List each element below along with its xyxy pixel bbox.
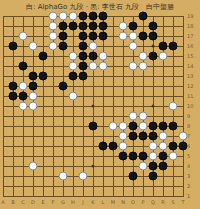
row-label: 11: [187, 94, 193, 99]
stone-white: [29, 42, 38, 51]
star-point: [92, 165, 95, 168]
stone-black: [99, 142, 108, 151]
stone-white: [69, 62, 78, 71]
stone-white: [99, 62, 108, 71]
col-label: L: [102, 199, 105, 205]
row-label: 10: [187, 104, 193, 109]
star-point: [92, 105, 95, 108]
stone-white: [119, 122, 128, 131]
stone-white: [89, 62, 98, 71]
stone-white: [19, 102, 28, 111]
stone-black: [159, 162, 168, 171]
row-label: 15: [187, 54, 193, 59]
star-point: [152, 105, 155, 108]
stone-black: [89, 22, 98, 31]
stone-white: [69, 92, 78, 101]
stone-black: [149, 22, 158, 31]
stone-black: [99, 12, 108, 21]
stone-white: [159, 132, 168, 141]
row-label: 16: [187, 44, 193, 49]
stone-black: [109, 142, 118, 151]
stone-black: [119, 152, 128, 161]
stone-white: [89, 42, 98, 51]
col-label: Q: [151, 199, 155, 205]
stone-white: [139, 122, 148, 131]
stone-black: [129, 22, 138, 31]
stone-black: [129, 122, 138, 131]
col-label: E: [41, 199, 44, 205]
stone-black: [19, 62, 28, 71]
stone-black: [39, 52, 48, 61]
stone-black: [99, 22, 108, 31]
stone-black: [79, 22, 88, 31]
stone-white: [79, 172, 88, 181]
stone-black: [9, 82, 18, 91]
stone-black: [69, 22, 78, 31]
stone-black: [149, 162, 158, 171]
stone-white: [49, 32, 58, 41]
stone-black: [29, 72, 38, 81]
stone-black: [89, 32, 98, 41]
stone-white: [169, 102, 178, 111]
stone-black: [79, 12, 88, 21]
row-label: 1: [187, 194, 190, 199]
col-label: O: [131, 199, 135, 205]
stone-white: [159, 52, 168, 61]
col-label: N: [121, 199, 125, 205]
stone-black: [139, 32, 148, 41]
row-label: 4: [187, 164, 190, 169]
row-label: 13: [187, 74, 193, 79]
row-label: 6: [187, 144, 190, 149]
row-label: 19: [187, 14, 193, 19]
stone-black: [79, 32, 88, 41]
stone-black: [139, 152, 148, 161]
col-label: A: [1, 199, 4, 205]
row-label: 12: [187, 84, 193, 89]
stone-black: [59, 22, 68, 31]
stone-white: [69, 12, 78, 21]
stone-black: [169, 42, 178, 51]
stone-white: [69, 52, 78, 61]
game-info-header: 白: AlphaGo 九段 · 黒: 李世石 九段 白中盤勝: [0, 2, 200, 12]
col-label: G: [61, 199, 65, 205]
row-label: 5: [187, 154, 190, 159]
stone-white: [49, 42, 58, 51]
row-label: 9: [187, 114, 190, 119]
stone-white: [29, 102, 38, 111]
row-label: 14: [187, 64, 193, 69]
stone-black: [29, 82, 38, 91]
stone-black: [59, 82, 68, 91]
stone-white: [119, 32, 128, 41]
stone-black: [159, 122, 168, 131]
stone-black: [89, 12, 98, 21]
stone-black: [149, 52, 158, 61]
stone-white: [139, 62, 148, 71]
stone-black: [159, 42, 168, 51]
col-label: C: [21, 199, 25, 205]
stone-white: [159, 142, 168, 151]
stone-black: [149, 32, 158, 41]
col-label: R: [161, 199, 164, 205]
stone-black: [19, 92, 28, 101]
stone-white: [149, 152, 158, 161]
stone-black: [79, 72, 88, 81]
stone-white: [139, 162, 148, 171]
stone-white: [99, 52, 108, 61]
stone-black: [129, 152, 138, 161]
stone-black: [9, 92, 18, 101]
stone-white: [129, 112, 138, 121]
col-label: H: [71, 199, 75, 205]
stone-black: [129, 172, 138, 181]
col-label: D: [31, 199, 35, 205]
stone-white: [109, 122, 118, 131]
stone-black: [139, 132, 148, 141]
stone-black: [9, 42, 18, 51]
stone-white: [49, 12, 58, 21]
stone-black: [149, 122, 158, 131]
stone-white: [59, 172, 68, 181]
stone-black: [159, 152, 168, 161]
stone-black: [89, 52, 98, 61]
stone-black: [149, 172, 158, 181]
stone-white: [129, 62, 138, 71]
stone-white: [139, 112, 148, 121]
stone-black: [79, 42, 88, 51]
stone-white: [129, 32, 138, 41]
stone-black: [139, 12, 148, 21]
col-label: P: [141, 199, 144, 205]
stone-black: [79, 52, 88, 61]
stone-white: [119, 22, 128, 31]
col-label: J: [82, 199, 83, 205]
col-label: T: [181, 199, 184, 205]
stone-white: [29, 162, 38, 171]
col-label: K: [91, 199, 94, 205]
col-label: B: [11, 199, 14, 205]
col-label: F: [52, 199, 55, 205]
col-label: M: [111, 199, 115, 205]
stone-white: [169, 152, 178, 161]
stone-black: [169, 142, 178, 151]
col-label: S: [171, 199, 174, 205]
row-label: 3: [187, 174, 190, 179]
row-label: 8: [187, 124, 190, 129]
stone-black: [39, 72, 48, 81]
go-diagram: 白: AlphaGo 九段 · 黒: 李世石 九段 白中盤勝 191817161…: [0, 0, 200, 209]
stone-white: [59, 12, 68, 21]
stone-white: [29, 92, 38, 101]
stone-white: [19, 32, 28, 41]
stone-white: [49, 22, 58, 31]
row-label: 17: [187, 34, 193, 39]
stone-black: [69, 72, 78, 81]
stone-black: [89, 122, 98, 131]
stone-black: [129, 132, 138, 141]
stone-black: [149, 132, 158, 141]
stone-white: [119, 132, 128, 141]
stone-black: [79, 62, 88, 71]
stone-black: [59, 42, 68, 51]
stone-white: [129, 42, 138, 51]
row-label: 18: [187, 24, 193, 29]
stone-white: [19, 82, 28, 91]
row-label: 7: [187, 134, 190, 139]
stone-white: [149, 142, 158, 151]
stone-white: [139, 52, 148, 61]
stone-black: [169, 122, 178, 131]
row-label: 2: [187, 184, 190, 189]
stone-black: [99, 32, 108, 41]
stone-white: [119, 142, 128, 151]
star-point: [152, 45, 155, 48]
stone-black: [59, 32, 68, 41]
